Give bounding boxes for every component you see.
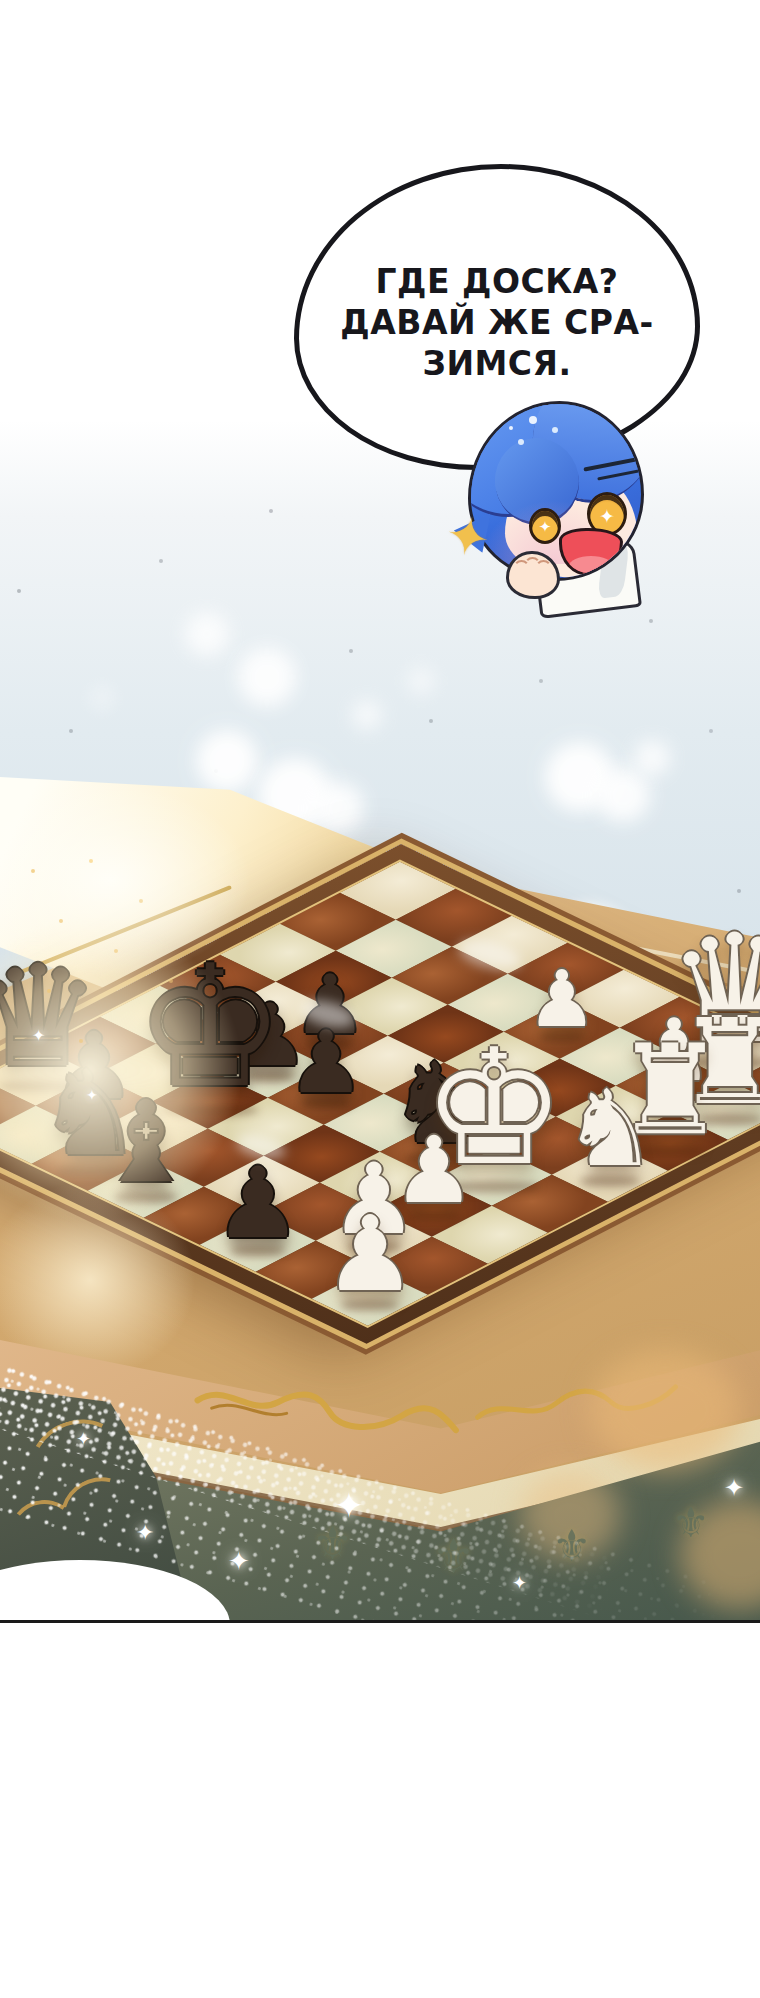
- sparkle-glint-icon: ✦: [76, 1430, 91, 1448]
- sparkle-glint-icon: ✦: [512, 1574, 527, 1592]
- comic-panel: ♚♛♞♞♝♟♟♟♟♟♚♛♝♜♜♞♟♟♟♟♟ ⚜ ⚜ ⚜ ⚜ ✦ ✦ ✦: [0, 0, 760, 1623]
- piece-white-pawn[interactable]: ♟: [323, 1202, 416, 1306]
- fleur-de-lis-icon: ⚜: [672, 1502, 710, 1544]
- finger-line: [535, 560, 552, 577]
- hair-shine-dots: [509, 426, 513, 430]
- speech-line: ГДЕ ДОСКА?: [340, 261, 653, 302]
- webtoon-page: ♚♛♞♞♝♟♟♟♟♟♚♛♝♜♜♞♟♟♟♟♟ ⚜ ⚜ ⚜ ⚜ ✦ ✦ ✦: [0, 0, 760, 1998]
- piece-black-pawn[interactable]: ♟: [214, 1154, 302, 1252]
- eye-star-icon: ✦: [599, 505, 615, 527]
- speech-line: ДАВАЙ ЖЕ СРА-: [340, 302, 653, 343]
- sparkle-glint-icon: ✦: [228, 1548, 250, 1574]
- piece-black-pawn[interactable]: ♟: [287, 1019, 364, 1105]
- excitement-sparkle-icon: ✦: [441, 507, 494, 567]
- character-head: ✦ ✦: [468, 401, 644, 581]
- gold-dust: [20, 830, 22, 832]
- sparkle-glint-icon: ✦: [334, 1488, 364, 1524]
- speech-line: ЗИМСЯ.: [340, 343, 653, 384]
- left-eye: ✦: [529, 508, 561, 544]
- speech-text: ГДЕ ДОСКА? ДАВАЙ ЖЕ СРА- ЗИМСЯ.: [340, 251, 653, 384]
- warm-light-patch: [590, 1350, 740, 1470]
- piece-black-bishop[interactable]: ♝: [96, 1086, 196, 1198]
- sparkle-glint-icon: ✦: [724, 1476, 744, 1500]
- chibi-character: ✦ ✦ ✦: [452, 393, 657, 618]
- sparkle-glint-icon: ✦: [32, 1028, 45, 1044]
- sparkle-glint-icon: ✦: [136, 1522, 154, 1544]
- eye-star-icon: ✦: [539, 518, 552, 536]
- sparkle-glint-icon: ✦: [86, 1088, 98, 1102]
- piece-white-knight[interactable]: ♞: [562, 1076, 657, 1182]
